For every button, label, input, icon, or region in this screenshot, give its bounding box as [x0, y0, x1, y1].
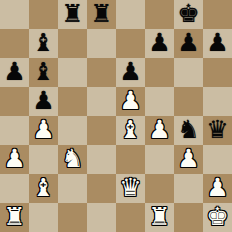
square-e5[interactable]: ♟: [116, 87, 145, 116]
square-g6[interactable]: [174, 58, 203, 87]
square-d5[interactable]: [87, 87, 116, 116]
square-c7[interactable]: [58, 29, 87, 58]
square-a3[interactable]: ♟: [0, 145, 29, 174]
square-d1[interactable]: [87, 203, 116, 232]
piece-black-pawn: ♟: [177, 29, 199, 57]
square-c6[interactable]: [58, 58, 87, 87]
square-e3[interactable]: [116, 145, 145, 174]
square-c4[interactable]: [58, 116, 87, 145]
square-f3[interactable]: [145, 145, 174, 174]
piece-black-rook: ♜: [61, 0, 83, 28]
piece-black-bishop: ♝: [32, 29, 54, 57]
square-g7[interactable]: ♟: [174, 29, 203, 58]
square-g5[interactable]: [174, 87, 203, 116]
piece-white-pawn: ♟: [3, 145, 25, 173]
piece-white-pawn: ♟: [32, 116, 54, 144]
square-b2[interactable]: ♝: [29, 174, 58, 203]
square-h4[interactable]: ♛: [203, 116, 232, 145]
piece-black-king: ♚: [177, 0, 199, 28]
square-c3[interactable]: ♞: [58, 145, 87, 174]
piece-white-rook: ♜: [3, 203, 25, 231]
piece-black-pawn: ♟: [148, 29, 170, 57]
square-d6[interactable]: [87, 58, 116, 87]
square-g4[interactable]: ♞: [174, 116, 203, 145]
piece-white-knight: ♞: [61, 145, 83, 173]
piece-black-queen: ♛: [206, 116, 228, 144]
piece-white-pawn: ♟: [177, 145, 199, 173]
square-h8[interactable]: [203, 0, 232, 29]
square-a8[interactable]: [0, 0, 29, 29]
square-f4[interactable]: ♟: [145, 116, 174, 145]
square-h2[interactable]: ♟: [203, 174, 232, 203]
square-b3[interactable]: [29, 145, 58, 174]
square-f8[interactable]: [145, 0, 174, 29]
square-e7[interactable]: [116, 29, 145, 58]
piece-black-rook: ♜: [90, 0, 112, 28]
square-h5[interactable]: [203, 87, 232, 116]
square-b6[interactable]: ♝: [29, 58, 58, 87]
square-d7[interactable]: [87, 29, 116, 58]
piece-white-pawn: ♟: [119, 87, 141, 115]
piece-white-pawn: ♟: [206, 174, 228, 202]
square-d8[interactable]: ♜: [87, 0, 116, 29]
square-b5[interactable]: ♟: [29, 87, 58, 116]
square-d4[interactable]: [87, 116, 116, 145]
piece-black-pawn: ♟: [32, 87, 54, 115]
square-e6[interactable]: ♟: [116, 58, 145, 87]
square-h1[interactable]: ♚: [203, 203, 232, 232]
piece-white-bishop: ♝: [119, 116, 141, 144]
square-c5[interactable]: [58, 87, 87, 116]
square-e2[interactable]: ♛: [116, 174, 145, 203]
square-d3[interactable]: [87, 145, 116, 174]
square-h3[interactable]: [203, 145, 232, 174]
square-c1[interactable]: [58, 203, 87, 232]
square-g8[interactable]: ♚: [174, 0, 203, 29]
square-f5[interactable]: [145, 87, 174, 116]
square-e8[interactable]: [116, 0, 145, 29]
square-e1[interactable]: [116, 203, 145, 232]
piece-white-bishop: ♝: [32, 174, 54, 202]
piece-black-pawn: ♟: [119, 58, 141, 86]
square-a7[interactable]: [0, 29, 29, 58]
piece-black-pawn: ♟: [206, 29, 228, 57]
square-a2[interactable]: [0, 174, 29, 203]
square-a4[interactable]: [0, 116, 29, 145]
square-a1[interactable]: ♜: [0, 203, 29, 232]
piece-white-king: ♚: [206, 203, 228, 231]
square-c8[interactable]: ♜: [58, 0, 87, 29]
square-g3[interactable]: ♟: [174, 145, 203, 174]
square-a5[interactable]: [0, 87, 29, 116]
square-g2[interactable]: [174, 174, 203, 203]
piece-black-knight: ♞: [177, 116, 199, 144]
piece-black-pawn: ♟: [3, 58, 25, 86]
piece-white-pawn: ♟: [148, 116, 170, 144]
piece-black-bishop: ♝: [32, 58, 54, 86]
square-f7[interactable]: ♟: [145, 29, 174, 58]
square-f1[interactable]: ♜: [145, 203, 174, 232]
square-b4[interactable]: ♟: [29, 116, 58, 145]
piece-white-queen: ♛: [119, 174, 141, 202]
piece-white-rook: ♜: [148, 203, 170, 231]
square-g1[interactable]: [174, 203, 203, 232]
square-e4[interactable]: ♝: [116, 116, 145, 145]
square-b7[interactable]: ♝: [29, 29, 58, 58]
square-h6[interactable]: [203, 58, 232, 87]
square-b1[interactable]: [29, 203, 58, 232]
chess-board: ♜♜♚♝♟♟♟♟♝♟♟♟♟♝♟♞♛♟♞♟♝♛♟♜♜♚: [0, 0, 232, 232]
square-f6[interactable]: [145, 58, 174, 87]
square-b8[interactable]: [29, 0, 58, 29]
square-h7[interactable]: ♟: [203, 29, 232, 58]
square-f2[interactable]: [145, 174, 174, 203]
square-c2[interactable]: [58, 174, 87, 203]
square-d2[interactable]: [87, 174, 116, 203]
square-a6[interactable]: ♟: [0, 58, 29, 87]
